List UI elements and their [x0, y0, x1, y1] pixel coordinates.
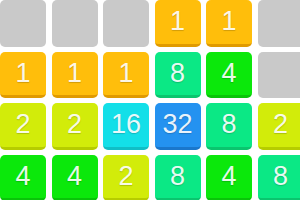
empty-cell [103, 0, 149, 47]
tile-16[interactable]: 16 [103, 103, 149, 150]
tile-2[interactable]: 2 [258, 103, 301, 150]
tile-2[interactable]: 2 [52, 103, 98, 150]
tile-4[interactable]: 4 [206, 52, 252, 99]
tile-8[interactable]: 8 [258, 155, 301, 201]
tile-2[interactable]: 2 [103, 155, 149, 201]
tile-32[interactable]: 32 [155, 103, 201, 150]
empty-cell [0, 0, 46, 47]
tile-2[interactable]: 2 [0, 103, 46, 150]
empty-cell [258, 52, 301, 99]
tile-1[interactable]: 1 [0, 52, 46, 99]
tile-1[interactable]: 1 [52, 52, 98, 99]
merge-game-board[interactable]: 111118422163282442848 [0, 0, 300, 200]
tile-1[interactable]: 1 [155, 0, 201, 47]
tile-1[interactable]: 1 [103, 52, 149, 99]
tile-8[interactable]: 8 [155, 155, 201, 201]
tile-4[interactable]: 4 [206, 155, 252, 201]
tile-4[interactable]: 4 [0, 155, 46, 201]
empty-cell [258, 0, 301, 47]
tile-4[interactable]: 4 [52, 155, 98, 201]
tile-1[interactable]: 1 [206, 0, 252, 47]
empty-cell [52, 0, 98, 47]
tile-8[interactable]: 8 [206, 103, 252, 150]
tile-8[interactable]: 8 [155, 52, 201, 99]
